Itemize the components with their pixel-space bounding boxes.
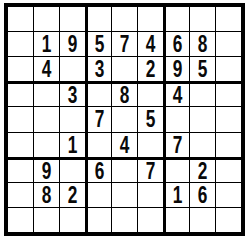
sudoku-cell-r8c3[interactable]: 2 [60, 183, 85, 207]
cell-digit: 8 [198, 32, 208, 56]
sudoku-cell-r7c2[interactable]: 9 [34, 158, 59, 182]
sudoku-cell-r4c4[interactable] [86, 82, 111, 106]
sudoku-cell-r8c1[interactable] [8, 183, 33, 207]
sudoku-cell-r9c7[interactable] [164, 208, 189, 232]
sudoku-cell-r5c6[interactable]: 5 [138, 107, 163, 131]
sudoku-cell-r6c3[interactable]: 1 [60, 133, 85, 157]
sudoku-cell-r8c7[interactable]: 1 [164, 183, 189, 207]
sudoku-cell-r1c1[interactable] [8, 7, 33, 31]
sudoku-cell-r8c6[interactable] [138, 183, 163, 207]
sudoku-cell-r7c5[interactable] [112, 158, 137, 182]
sudoku-cell-r7c9[interactable] [216, 158, 241, 182]
sudoku-cell-r3c3[interactable] [60, 57, 85, 81]
sudoku-cell-r1c8[interactable] [190, 7, 215, 31]
sudoku-cell-r5c4[interactable]: 7 [86, 107, 111, 131]
cell-digit: 5 [146, 107, 156, 131]
sudoku-cell-r8c5[interactable] [112, 183, 137, 207]
sudoku-cell-r6c4[interactable] [86, 133, 111, 157]
cell-digit: 2 [198, 159, 208, 182]
cell-digit: 6 [198, 183, 208, 207]
sudoku-cell-r2c9[interactable] [216, 32, 241, 56]
sudoku-cell-r9c3[interactable] [60, 208, 85, 232]
sudoku-cell-r9c8[interactable] [190, 208, 215, 232]
cell-digit: 9 [68, 32, 78, 56]
cell-digit: 1 [68, 133, 78, 157]
sudoku-cell-r9c5[interactable] [112, 208, 137, 232]
sudoku-cell-r2c8[interactable]: 8 [190, 32, 215, 56]
sudoku-cell-r5c5[interactable] [112, 107, 137, 131]
sudoku-cell-r2c5[interactable]: 7 [112, 32, 137, 56]
cell-digit: 8 [42, 183, 52, 207]
sudoku-cell-r3c4[interactable]: 3 [86, 57, 111, 81]
sudoku-cell-r1c6[interactable] [138, 7, 163, 31]
sudoku-cell-r1c2[interactable] [34, 7, 59, 31]
sudoku-cell-r4c7[interactable]: 4 [164, 82, 189, 106]
sudoku-cell-r6c1[interactable] [8, 133, 33, 157]
cell-digit: 6 [95, 159, 105, 182]
cell-digit: 4 [120, 133, 130, 157]
cell-digit: 1 [42, 32, 52, 56]
sudoku-cell-r6c9[interactable] [216, 133, 241, 157]
sudoku-screen: 1957468432953847514796728216 [0, 0, 249, 240]
cell-digit: 9 [42, 159, 52, 182]
sudoku-cell-r2c6[interactable]: 4 [138, 32, 163, 56]
sudoku-cell-r5c2[interactable] [34, 107, 59, 131]
sudoku-cell-r9c1[interactable] [8, 208, 33, 232]
sudoku-cell-r3c2[interactable]: 4 [34, 57, 59, 81]
sudoku-cell-r5c9[interactable] [216, 107, 241, 131]
sudoku-cell-r1c7[interactable] [164, 7, 189, 31]
sudoku-cell-r1c9[interactable] [216, 7, 241, 31]
cell-digit: 2 [68, 183, 78, 207]
sudoku-cell-r9c9[interactable] [216, 208, 241, 232]
sudoku-board: 1957468432953847514796728216 [4, 3, 245, 236]
sudoku-cell-r5c7[interactable] [164, 107, 189, 131]
sudoku-cell-r2c7[interactable]: 6 [164, 32, 189, 56]
sudoku-cell-r7c3[interactable] [60, 158, 85, 182]
sudoku-cell-r6c6[interactable] [138, 133, 163, 157]
sudoku-cell-r6c7[interactable]: 7 [164, 133, 189, 157]
sudoku-cell-r1c3[interactable] [60, 7, 85, 31]
sudoku-cell-r8c8[interactable]: 6 [190, 183, 215, 207]
sudoku-cell-r6c2[interactable] [34, 133, 59, 157]
sudoku-cell-r2c3[interactable]: 9 [60, 32, 85, 56]
cell-digit: 4 [42, 57, 52, 81]
sudoku-cell-r4c9[interactable] [216, 82, 241, 106]
sudoku-cell-r8c2[interactable]: 8 [34, 183, 59, 207]
sudoku-cell-r4c1[interactable] [8, 82, 33, 106]
sudoku-cell-r3c9[interactable] [216, 57, 241, 81]
sudoku-cell-r3c8[interactable]: 5 [190, 57, 215, 81]
sudoku-cell-r1c4[interactable] [86, 7, 111, 31]
sudoku-cell-r5c8[interactable] [190, 107, 215, 131]
sudoku-cell-r8c4[interactable] [86, 183, 111, 207]
cell-digit: 4 [146, 32, 156, 56]
cell-digit: 5 [198, 57, 208, 81]
sudoku-cell-r7c6[interactable]: 7 [138, 158, 163, 182]
cell-digit: 4 [173, 83, 183, 106]
sudoku-cell-r1c5[interactable] [112, 7, 137, 31]
sudoku-cell-r4c2[interactable] [34, 82, 59, 106]
cell-digit: 7 [120, 32, 130, 56]
sudoku-cell-r2c4[interactable]: 5 [86, 32, 111, 56]
sudoku-cell-r6c8[interactable] [190, 133, 215, 157]
sudoku-cell-r4c3[interactable]: 3 [60, 82, 85, 106]
sudoku-cell-r9c4[interactable] [86, 208, 111, 232]
cell-digit: 5 [95, 32, 105, 56]
sudoku-cell-r3c7[interactable]: 9 [164, 57, 189, 81]
sudoku-cell-r5c1[interactable] [8, 107, 33, 131]
sudoku-cell-r2c2[interactable]: 1 [34, 32, 59, 56]
sudoku-cell-r4c6[interactable] [138, 82, 163, 106]
cell-digit: 7 [146, 159, 156, 182]
sudoku-cell-r6c5[interactable]: 4 [112, 133, 137, 157]
sudoku-cell-r9c2[interactable] [34, 208, 59, 232]
sudoku-cell-r7c1[interactable] [8, 158, 33, 182]
cell-digit: 1 [173, 183, 183, 207]
sudoku-cell-r9c6[interactable] [138, 208, 163, 232]
sudoku-cell-r4c8[interactable] [190, 82, 215, 106]
sudoku-cell-r7c7[interactable] [164, 158, 189, 182]
cell-digit: 2 [146, 57, 156, 81]
sudoku-cell-r7c4[interactable]: 6 [86, 158, 111, 182]
sudoku-cell-r5c3[interactable] [60, 107, 85, 131]
cell-digit: 7 [173, 133, 183, 157]
sudoku-cell-r8c9[interactable] [216, 183, 241, 207]
sudoku-cell-r3c5[interactable] [112, 57, 137, 81]
sudoku-cell-r7c8[interactable]: 2 [190, 158, 215, 182]
cell-digit: 9 [173, 57, 183, 81]
sudoku-cell-r3c1[interactable] [8, 57, 33, 81]
sudoku-cell-r3c6[interactable]: 2 [138, 57, 163, 81]
sudoku-cell-r4c5[interactable]: 8 [112, 82, 137, 106]
cell-digit: 3 [68, 83, 78, 106]
sudoku-cell-r2c1[interactable] [8, 32, 33, 56]
cell-digit: 6 [173, 32, 183, 56]
cell-digit: 7 [95, 107, 105, 131]
cell-digit: 8 [120, 83, 130, 106]
cell-digit: 3 [95, 57, 105, 81]
